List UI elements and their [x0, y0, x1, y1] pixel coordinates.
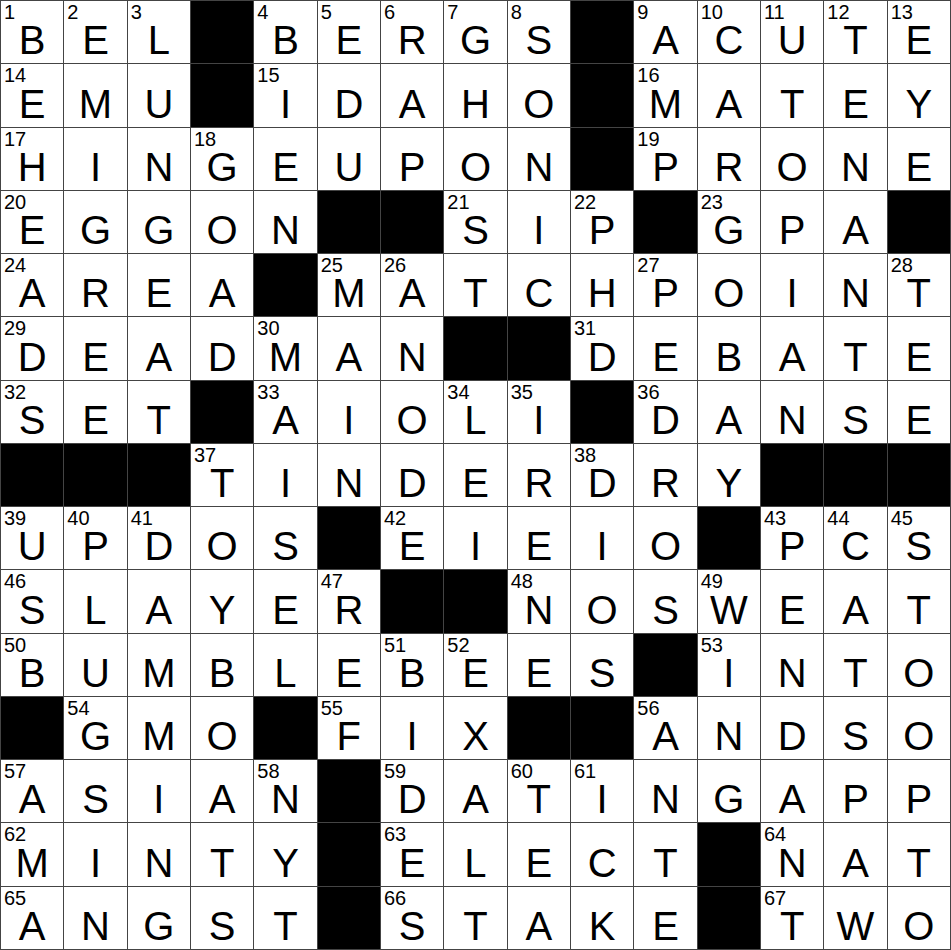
grid-cell-r10c6[interactable]: 47R: [318, 570, 380, 632]
grid-cell-r7c8[interactable]: 34L: [444, 381, 506, 443]
grid-cell-r2c6[interactable]: D: [318, 64, 380, 126]
cell-letter: S: [508, 20, 570, 60]
grid-cell-r10c9[interactable]: 48N: [508, 570, 570, 632]
grid-cell-r2c8[interactable]: H: [444, 64, 506, 126]
cell-letter: P: [571, 210, 633, 250]
block-cell-r4c7: [381, 191, 443, 253]
grid-cell-r3c13[interactable]: O: [761, 128, 823, 190]
grid-cell-r13c8[interactable]: A: [444, 760, 506, 822]
grid-cell-r11c1[interactable]: 50B: [1, 634, 63, 696]
cell-letter: P: [761, 526, 823, 566]
block-cell-r14c6: [318, 823, 380, 885]
grid-cell-r15c5[interactable]: T: [254, 887, 316, 949]
grid-cell-r12c13[interactable]: D: [761, 697, 823, 759]
grid-cell-r1c12[interactable]: 10C: [698, 1, 760, 63]
grid-cell-r7c7[interactable]: O: [381, 381, 443, 443]
block-cell-r8c3: [128, 444, 190, 506]
grid-cell-r9c3[interactable]: 41D: [128, 507, 190, 569]
cell-letter: S: [381, 906, 443, 946]
cell-letter: E: [64, 400, 126, 440]
grid-cell-r9c10[interactable]: I: [571, 507, 633, 569]
cell-letter: I: [254, 84, 316, 124]
cell-letter: T: [824, 337, 886, 377]
grid-cell-r7c2[interactable]: E: [64, 381, 126, 443]
grid-cell-r11c5[interactable]: L: [254, 634, 316, 696]
cell-letter: L: [254, 653, 316, 693]
cell-letter: C: [824, 526, 886, 566]
grid-cell-r11c2[interactable]: U: [64, 634, 126, 696]
grid-cell-r7c3[interactable]: T: [128, 381, 190, 443]
grid-cell-r6c1[interactable]: 29D: [1, 317, 63, 379]
grid-cell-r1c8[interactable]: 7G: [444, 1, 506, 63]
cell-letter: S: [191, 906, 253, 946]
grid-cell-r9c9[interactable]: E: [508, 507, 570, 569]
grid-cell-r5c6[interactable]: 25M: [318, 254, 380, 316]
grid-cell-r9c15[interactable]: 45S: [888, 507, 950, 569]
grid-cell-r1c1[interactable]: 1B: [1, 1, 63, 63]
grid-cell-r7c14[interactable]: S: [824, 381, 886, 443]
cell-letter: A: [824, 210, 886, 250]
grid-cell-r10c11[interactable]: S: [634, 570, 696, 632]
grid-cell-r15c7[interactable]: 66S: [381, 887, 443, 949]
grid-cell-r4c8[interactable]: 21S: [444, 191, 506, 253]
grid-cell-r13c2[interactable]: S: [64, 760, 126, 822]
grid-cell-r11c8[interactable]: 52E: [444, 634, 506, 696]
cell-letter: T: [761, 84, 823, 124]
grid-cell-r1c13[interactable]: 11U: [761, 1, 823, 63]
grid-cell-r14c9[interactable]: E: [508, 823, 570, 885]
grid-cell-r7c1[interactable]: 32S: [1, 381, 63, 443]
cell-letter: E: [254, 147, 316, 187]
grid-cell-r14c13[interactable]: 64N: [761, 823, 823, 885]
grid-cell-r5c3[interactable]: E: [128, 254, 190, 316]
grid-cell-r4c1[interactable]: 20E: [1, 191, 63, 253]
cell-letter: G: [698, 779, 760, 819]
cell-letter: D: [1, 337, 63, 377]
cell-letter: I: [254, 463, 316, 503]
grid-cell-r14c10[interactable]: C: [571, 823, 633, 885]
block-cell-r6c8: [444, 317, 506, 379]
cell-letter: C: [571, 843, 633, 883]
cell-letter: G: [64, 716, 126, 756]
grid-cell-r10c13[interactable]: E: [761, 570, 823, 632]
grid-cell-r9c5[interactable]: S: [254, 507, 316, 569]
grid-cell-r13c1[interactable]: 57A: [1, 760, 63, 822]
grid-cell-r3c8[interactable]: O: [444, 128, 506, 190]
cell-letter: O: [444, 147, 506, 187]
block-cell-r9c12: [698, 507, 760, 569]
grid-cell-r14c7[interactable]: 63E: [381, 823, 443, 885]
grid-cell-r1c2[interactable]: 2E: [64, 1, 126, 63]
grid-cell-r10c12[interactable]: 49W: [698, 570, 760, 632]
grid-cell-r13c3[interactable]: I: [128, 760, 190, 822]
grid-cell-r12c15[interactable]: O: [888, 697, 950, 759]
grid-cell-r14c3[interactable]: N: [128, 823, 190, 885]
grid-cell-r11c12[interactable]: 53I: [698, 634, 760, 696]
grid-cell-r15c4[interactable]: S: [191, 887, 253, 949]
cell-letter: D: [571, 337, 633, 377]
grid-cell-r14c2[interactable]: I: [64, 823, 126, 885]
grid-cell-r13c7[interactable]: 59D: [381, 760, 443, 822]
grid-cell-r1c15[interactable]: 13E: [888, 1, 950, 63]
cell-letter: G: [128, 906, 190, 946]
grid-cell-r3c11[interactable]: 19P: [634, 128, 696, 190]
grid-cell-r1c6[interactable]: 5E: [318, 1, 380, 63]
cell-letter: B: [254, 20, 316, 60]
cell-letter: M: [1, 843, 63, 883]
grid-cell-r10c3[interactable]: A: [128, 570, 190, 632]
grid-cell-r2c12[interactable]: A: [698, 64, 760, 126]
cell-letter: N: [698, 716, 760, 756]
grid-cell-r13c11[interactable]: N: [634, 760, 696, 822]
grid-cell-r7c6[interactable]: I: [318, 381, 380, 443]
grid-cell-r2c15[interactable]: Y: [888, 64, 950, 126]
grid-cell-r7c15[interactable]: E: [888, 381, 950, 443]
block-cell-r12c1: [1, 697, 63, 759]
cell-letter: U: [318, 147, 380, 187]
grid-cell-r11c7[interactable]: 51B: [381, 634, 443, 696]
grid-cell-r7c9[interactable]: 35I: [508, 381, 570, 443]
cell-letter: P: [381, 147, 443, 187]
clue-number: 1: [4, 2, 15, 22]
grid-cell-r5c11[interactable]: 27P: [634, 254, 696, 316]
block-cell-r12c5: [254, 697, 316, 759]
block-cell-r9c6: [318, 507, 380, 569]
cell-letter: I: [508, 400, 570, 440]
grid-cell-r8c4[interactable]: 37T: [191, 444, 253, 506]
grid-cell-r11c3[interactable]: M: [128, 634, 190, 696]
grid-cell-r2c5[interactable]: 15I: [254, 64, 316, 126]
grid-cell-r14c8[interactable]: L: [444, 823, 506, 885]
cell-letter: S: [1, 590, 63, 630]
grid-cell-r9c2[interactable]: 40P: [64, 507, 126, 569]
cell-letter: E: [64, 337, 126, 377]
grid-cell-r9c14[interactable]: 44C: [824, 507, 886, 569]
clue-number: 5: [321, 2, 332, 22]
grid-cell-r10c14[interactable]: A: [824, 570, 886, 632]
grid-cell-r2c13[interactable]: T: [761, 64, 823, 126]
grid-cell-r2c2[interactable]: M: [64, 64, 126, 126]
block-cell-r15c12: [698, 887, 760, 949]
cell-letter: C: [508, 273, 570, 313]
grid-cell-r5c14[interactable]: N: [824, 254, 886, 316]
grid-cell-r14c1[interactable]: 62M: [1, 823, 63, 885]
cell-letter: A: [191, 273, 253, 313]
block-cell-r8c1: [1, 444, 63, 506]
grid-cell-r1c3[interactable]: 3L: [128, 1, 190, 63]
grid-cell-r13c10[interactable]: 61I: [571, 760, 633, 822]
cell-letter: E: [888, 400, 950, 440]
grid-cell-r10c2[interactable]: L: [64, 570, 126, 632]
grid-cell-r12c8[interactable]: X: [444, 697, 506, 759]
grid-cell-r2c1[interactable]: 14E: [1, 64, 63, 126]
cell-letter: N: [381, 337, 443, 377]
grid-cell-r8c7[interactable]: D: [381, 444, 443, 506]
grid-cell-r9c1[interactable]: 39U: [1, 507, 63, 569]
grid-cell-r3c7[interactable]: P: [381, 128, 443, 190]
cell-letter: T: [888, 843, 950, 883]
grid-cell-r8c12[interactable]: Y: [698, 444, 760, 506]
grid-cell-r15c10[interactable]: K: [571, 887, 633, 949]
grid-cell-r4c2[interactable]: G: [64, 191, 126, 253]
grid-cell-r11c15[interactable]: O: [888, 634, 950, 696]
grid-cell-r4c10[interactable]: 22P: [571, 191, 633, 253]
grid-cell-r8c9[interactable]: R: [508, 444, 570, 506]
cell-letter: A: [128, 590, 190, 630]
cell-letter: E: [508, 526, 570, 566]
cell-letter: A: [508, 906, 570, 946]
cell-letter: O: [888, 716, 950, 756]
grid-cell-r15c11[interactable]: E: [634, 887, 696, 949]
grid-cell-r1c11[interactable]: 9A: [634, 1, 696, 63]
cell-letter: O: [571, 590, 633, 630]
cell-letter: R: [698, 147, 760, 187]
grid-cell-r12c14[interactable]: S: [824, 697, 886, 759]
grid-cell-r4c4[interactable]: O: [191, 191, 253, 253]
grid-cell-r13c12[interactable]: G: [698, 760, 760, 822]
grid-cell-r5c7[interactable]: 26A: [381, 254, 443, 316]
grid-cell-r3c15[interactable]: E: [888, 128, 950, 190]
grid-cell-r2c9[interactable]: O: [508, 64, 570, 126]
block-cell-r7c10: [571, 381, 633, 443]
grid-cell-r13c14[interactable]: P: [824, 760, 886, 822]
cell-letter: T: [128, 400, 190, 440]
cell-letter: W: [824, 906, 886, 946]
grid-cell-r12c11[interactable]: 56A: [634, 697, 696, 759]
cell-letter: B: [698, 337, 760, 377]
grid-cell-r13c5[interactable]: 58N: [254, 760, 316, 822]
block-cell-r6c9: [508, 317, 570, 379]
cell-letter: A: [761, 779, 823, 819]
grid-cell-r2c7[interactable]: A: [381, 64, 443, 126]
cell-letter: Y: [698, 463, 760, 503]
grid-cell-r10c15[interactable]: T: [888, 570, 950, 632]
grid-cell-r5c8[interactable]: T: [444, 254, 506, 316]
grid-cell-r4c13[interactable]: P: [761, 191, 823, 253]
grid-cell-r5c13[interactable]: I: [761, 254, 823, 316]
grid-cell-r5c4[interactable]: A: [191, 254, 253, 316]
grid-cell-r4c14[interactable]: A: [824, 191, 886, 253]
grid-cell-r4c12[interactable]: 23G: [698, 191, 760, 253]
grid-cell-r6c6[interactable]: A: [318, 317, 380, 379]
block-cell-r7c4: [191, 381, 253, 443]
grid-cell-r9c4[interactable]: O: [191, 507, 253, 569]
grid-cell-r15c8[interactable]: T: [444, 887, 506, 949]
grid-cell-r3c6[interactable]: U: [318, 128, 380, 190]
cell-letter: N: [824, 147, 886, 187]
cell-letter: T: [444, 906, 506, 946]
grid-cell-r12c6[interactable]: 55F: [318, 697, 380, 759]
grid-cell-r11c4[interactable]: B: [191, 634, 253, 696]
cell-letter: A: [318, 337, 380, 377]
grid-cell-r4c9[interactable]: I: [508, 191, 570, 253]
grid-cell-r15c9[interactable]: A: [508, 887, 570, 949]
block-cell-r1c10: [571, 1, 633, 63]
grid-cell-r11c14[interactable]: T: [824, 634, 886, 696]
cell-letter: E: [761, 590, 823, 630]
cell-letter: U: [1, 526, 63, 566]
cell-letter: N: [761, 843, 823, 883]
cell-letter: A: [1, 906, 63, 946]
grid-cell-r6c2[interactable]: E: [64, 317, 126, 379]
grid-cell-r11c10[interactable]: S: [571, 634, 633, 696]
grid-cell-r5c10[interactable]: H: [571, 254, 633, 316]
grid-cell-r13c13[interactable]: A: [761, 760, 823, 822]
grid-cell-r5c9[interactable]: C: [508, 254, 570, 316]
cell-letter: P: [888, 779, 950, 819]
grid-cell-r12c3[interactable]: M: [128, 697, 190, 759]
grid-cell-r14c15[interactable]: T: [888, 823, 950, 885]
grid-cell-r2c14[interactable]: E: [824, 64, 886, 126]
grid-cell-r6c13[interactable]: A: [761, 317, 823, 379]
cell-letter: S: [1, 400, 63, 440]
grid-cell-r6c10[interactable]: 31D: [571, 317, 633, 379]
grid-cell-r9c7[interactable]: 42E: [381, 507, 443, 569]
clue-number: 7: [447, 2, 458, 22]
cell-letter: R: [318, 590, 380, 630]
grid-cell-r1c9[interactable]: 8S: [508, 1, 570, 63]
grid-cell-r8c5[interactable]: I: [254, 444, 316, 506]
grid-cell-r6c7[interactable]: N: [381, 317, 443, 379]
grid-cell-r2c11[interactable]: 16M: [634, 64, 696, 126]
cell-letter: N: [128, 147, 190, 187]
grid-cell-r9c8[interactable]: I: [444, 507, 506, 569]
cell-letter: H: [571, 273, 633, 313]
grid-cell-r1c7[interactable]: 6R: [381, 1, 443, 63]
grid-cell-r5c1[interactable]: 24A: [1, 254, 63, 316]
grid-cell-r13c9[interactable]: 60T: [508, 760, 570, 822]
grid-cell-r14c5[interactable]: Y: [254, 823, 316, 885]
grid-cell-r15c2[interactable]: N: [64, 887, 126, 949]
grid-cell-r3c2[interactable]: I: [64, 128, 126, 190]
grid-cell-r6c4[interactable]: D: [191, 317, 253, 379]
grid-cell-r14c4[interactable]: T: [191, 823, 253, 885]
cell-letter: T: [254, 906, 316, 946]
grid-cell-r11c13[interactable]: N: [761, 634, 823, 696]
cell-letter: R: [508, 463, 570, 503]
grid-cell-r15c15[interactable]: O: [888, 887, 950, 949]
grid-cell-r7c13[interactable]: N: [761, 381, 823, 443]
grid-cell-r10c10[interactable]: O: [571, 570, 633, 632]
grid-cell-r4c5[interactable]: N: [254, 191, 316, 253]
grid-cell-r15c13[interactable]: 67T: [761, 887, 823, 949]
cell-letter: O: [888, 906, 950, 946]
cell-letter: A: [1, 273, 63, 313]
grid-cell-r8c10[interactable]: 38D: [571, 444, 633, 506]
block-cell-r12c9: [508, 697, 570, 759]
grid-cell-r13c4[interactable]: A: [191, 760, 253, 822]
cell-letter: O: [634, 526, 696, 566]
cell-letter: B: [1, 20, 63, 60]
grid-cell-r3c12[interactable]: R: [698, 128, 760, 190]
grid-cell-r1c14[interactable]: 12T: [824, 1, 886, 63]
grid-cell-r8c8[interactable]: E: [444, 444, 506, 506]
cell-letter: N: [761, 653, 823, 693]
grid-cell-r3c4[interactable]: 18G: [191, 128, 253, 190]
cell-letter: D: [634, 400, 696, 440]
grid-cell-r8c11[interactable]: R: [634, 444, 696, 506]
grid-cell-r12c12[interactable]: N: [698, 697, 760, 759]
grid-cell-r3c5[interactable]: E: [254, 128, 316, 190]
grid-cell-r15c3[interactable]: G: [128, 887, 190, 949]
cell-letter: B: [381, 653, 443, 693]
block-cell-r1c4: [191, 1, 253, 63]
grid-cell-r9c11[interactable]: O: [634, 507, 696, 569]
grid-cell-r10c5[interactable]: E: [254, 570, 316, 632]
clue-number: 6: [384, 2, 395, 22]
grid-cell-r15c14[interactable]: W: [824, 887, 886, 949]
grid-cell-r6c12[interactable]: B: [698, 317, 760, 379]
cell-letter: A: [824, 590, 886, 630]
grid-cell-r3c14[interactable]: N: [824, 128, 886, 190]
grid-cell-r6c14[interactable]: T: [824, 317, 886, 379]
grid-cell-r9c13[interactable]: 43P: [761, 507, 823, 569]
grid-cell-r5c12[interactable]: O: [698, 254, 760, 316]
grid-cell-r10c4[interactable]: Y: [191, 570, 253, 632]
grid-cell-r2c3[interactable]: U: [128, 64, 190, 126]
grid-cell-r6c3[interactable]: A: [128, 317, 190, 379]
cell-letter: I: [508, 210, 570, 250]
cell-letter: D: [571, 463, 633, 503]
cell-letter: D: [128, 526, 190, 566]
grid-cell-r4c3[interactable]: G: [128, 191, 190, 253]
grid-cell-r11c6[interactable]: E: [318, 634, 380, 696]
cell-letter: I: [318, 400, 380, 440]
cell-letter: H: [444, 84, 506, 124]
clue-number: 35: [511, 382, 533, 402]
grid-cell-r14c11[interactable]: T: [634, 823, 696, 885]
grid-cell-r12c4[interactable]: O: [191, 697, 253, 759]
grid-cell-r13c15[interactable]: P: [888, 760, 950, 822]
cell-letter: S: [571, 653, 633, 693]
block-cell-r10c8: [444, 570, 506, 632]
grid-cell-r1c5[interactable]: 4B: [254, 1, 316, 63]
cell-letter: T: [761, 906, 823, 946]
cell-letter: N: [128, 843, 190, 883]
cell-letter: R: [634, 463, 696, 503]
cell-letter: N: [824, 273, 886, 313]
grid-cell-r7c12[interactable]: A: [698, 381, 760, 443]
cell-letter: S: [824, 716, 886, 756]
grid-cell-r6c5[interactable]: 30M: [254, 317, 316, 379]
grid-cell-r12c7[interactable]: I: [381, 697, 443, 759]
grid-cell-r12c2[interactable]: 54G: [64, 697, 126, 759]
grid-cell-r11c9[interactable]: E: [508, 634, 570, 696]
grid-cell-r10c1[interactable]: 46S: [1, 570, 63, 632]
grid-cell-r3c3[interactable]: N: [128, 128, 190, 190]
grid-cell-r6c15[interactable]: E: [888, 317, 950, 379]
grid-cell-r5c2[interactable]: R: [64, 254, 126, 316]
grid-cell-r7c11[interactable]: 36D: [634, 381, 696, 443]
grid-cell-r5c15[interactable]: 28T: [888, 254, 950, 316]
grid-cell-r3c9[interactable]: N: [508, 128, 570, 190]
grid-cell-r15c1[interactable]: 65A: [1, 887, 63, 949]
cell-letter: O: [191, 716, 253, 756]
clue-number: 53: [701, 635, 723, 655]
cell-letter: E: [64, 20, 126, 60]
grid-cell-r8c6[interactable]: N: [318, 444, 380, 506]
grid-cell-r7c5[interactable]: 33A: [254, 381, 316, 443]
cell-letter: T: [508, 779, 570, 819]
cell-letter: Y: [888, 84, 950, 124]
cell-letter: S: [64, 779, 126, 819]
grid-cell-r3c1[interactable]: 17H: [1, 128, 63, 190]
grid-cell-r14c14[interactable]: A: [824, 823, 886, 885]
grid-cell-r6c11[interactable]: E: [634, 317, 696, 379]
cell-letter: D: [381, 779, 443, 819]
block-cell-r5c5: [254, 254, 316, 316]
cell-letter: S: [634, 590, 696, 630]
